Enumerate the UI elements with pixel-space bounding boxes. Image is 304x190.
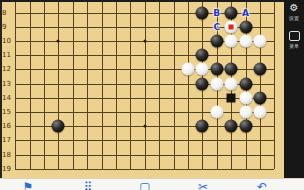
undo-icon[interactable]: ↶ [257,181,267,190]
grid-line [274,0,275,169]
menu-button[interactable]: 菜单 [288,29,300,51]
row-label: 19 [2,165,11,172]
grid-line [15,169,274,170]
star-point [143,40,146,43]
go-board[interactable]: 78910111213141516171819ABC [0,0,285,178]
settings-button[interactable]: ⚙ 设置 [288,3,300,23]
row-label: 14 [2,94,11,101]
grid-line [15,140,274,141]
menu-label: 菜单 [289,43,299,51]
black-stone [210,35,223,48]
panel-icon [289,31,300,41]
white-stone [239,106,252,119]
black-stone [225,63,238,76]
cut-icon[interactable]: ✂ [198,181,208,190]
white-stone [210,106,223,119]
black-stone [239,120,252,133]
choice-label-a[interactable]: A [242,8,249,17]
gear-icon: ⚙ [290,3,299,13]
white-stone [181,63,194,76]
row-label: 16 [2,123,11,130]
square-marker [227,93,236,102]
row-label: 13 [2,80,11,87]
white-stone [239,91,252,104]
black-stone [239,20,252,33]
row-label: 12 [2,66,11,73]
black-stone [225,6,238,19]
row-label: 8 [2,9,6,16]
row-label: 9 [2,23,6,30]
right-sidebar: ⚙ 设置 菜单 [284,0,304,178]
settings-label: 设置 [289,15,299,23]
white-stone [253,35,266,48]
choice-label-c[interactable]: C [213,22,220,31]
star-point [57,40,60,43]
black-stone [225,120,238,133]
black-stone [196,77,209,90]
row-label: 17 [2,137,11,144]
grid-line [15,155,274,156]
white-stone [253,106,266,119]
black-stone [239,77,252,90]
white-stone [225,35,238,48]
window-left-edge [0,0,2,178]
row-label: 15 [2,109,11,116]
white-stone [210,77,223,90]
black-stone [196,49,209,62]
last-move-marker [229,24,234,29]
flag-icon[interactable]: ⚑ [23,181,34,190]
go-app-window: 78910111213141516171819ABC ⚙ 设置 菜单 ⚑⣿▢✂↶ [0,0,304,190]
window-top-edge [0,0,304,2]
grid-icon[interactable]: ⣿ [84,181,93,190]
star-point [143,125,146,128]
black-stone [196,120,209,133]
white-stone [225,77,238,90]
black-stone [196,6,209,19]
board-icon[interactable]: ▢ [139,181,150,190]
white-stone [196,63,209,76]
row-label: 11 [2,52,11,59]
choice-label-b[interactable]: B [213,8,220,17]
black-stone [253,91,266,104]
row-label: 18 [2,151,11,158]
black-stone [52,120,65,133]
row-label: 10 [2,38,11,45]
grid-line [15,55,274,56]
bottom-toolbar: ⚑⣿▢✂↶ [0,178,304,190]
grid-line [15,112,274,113]
black-stone [253,63,266,76]
black-stone [210,63,223,76]
white-stone [239,35,252,48]
